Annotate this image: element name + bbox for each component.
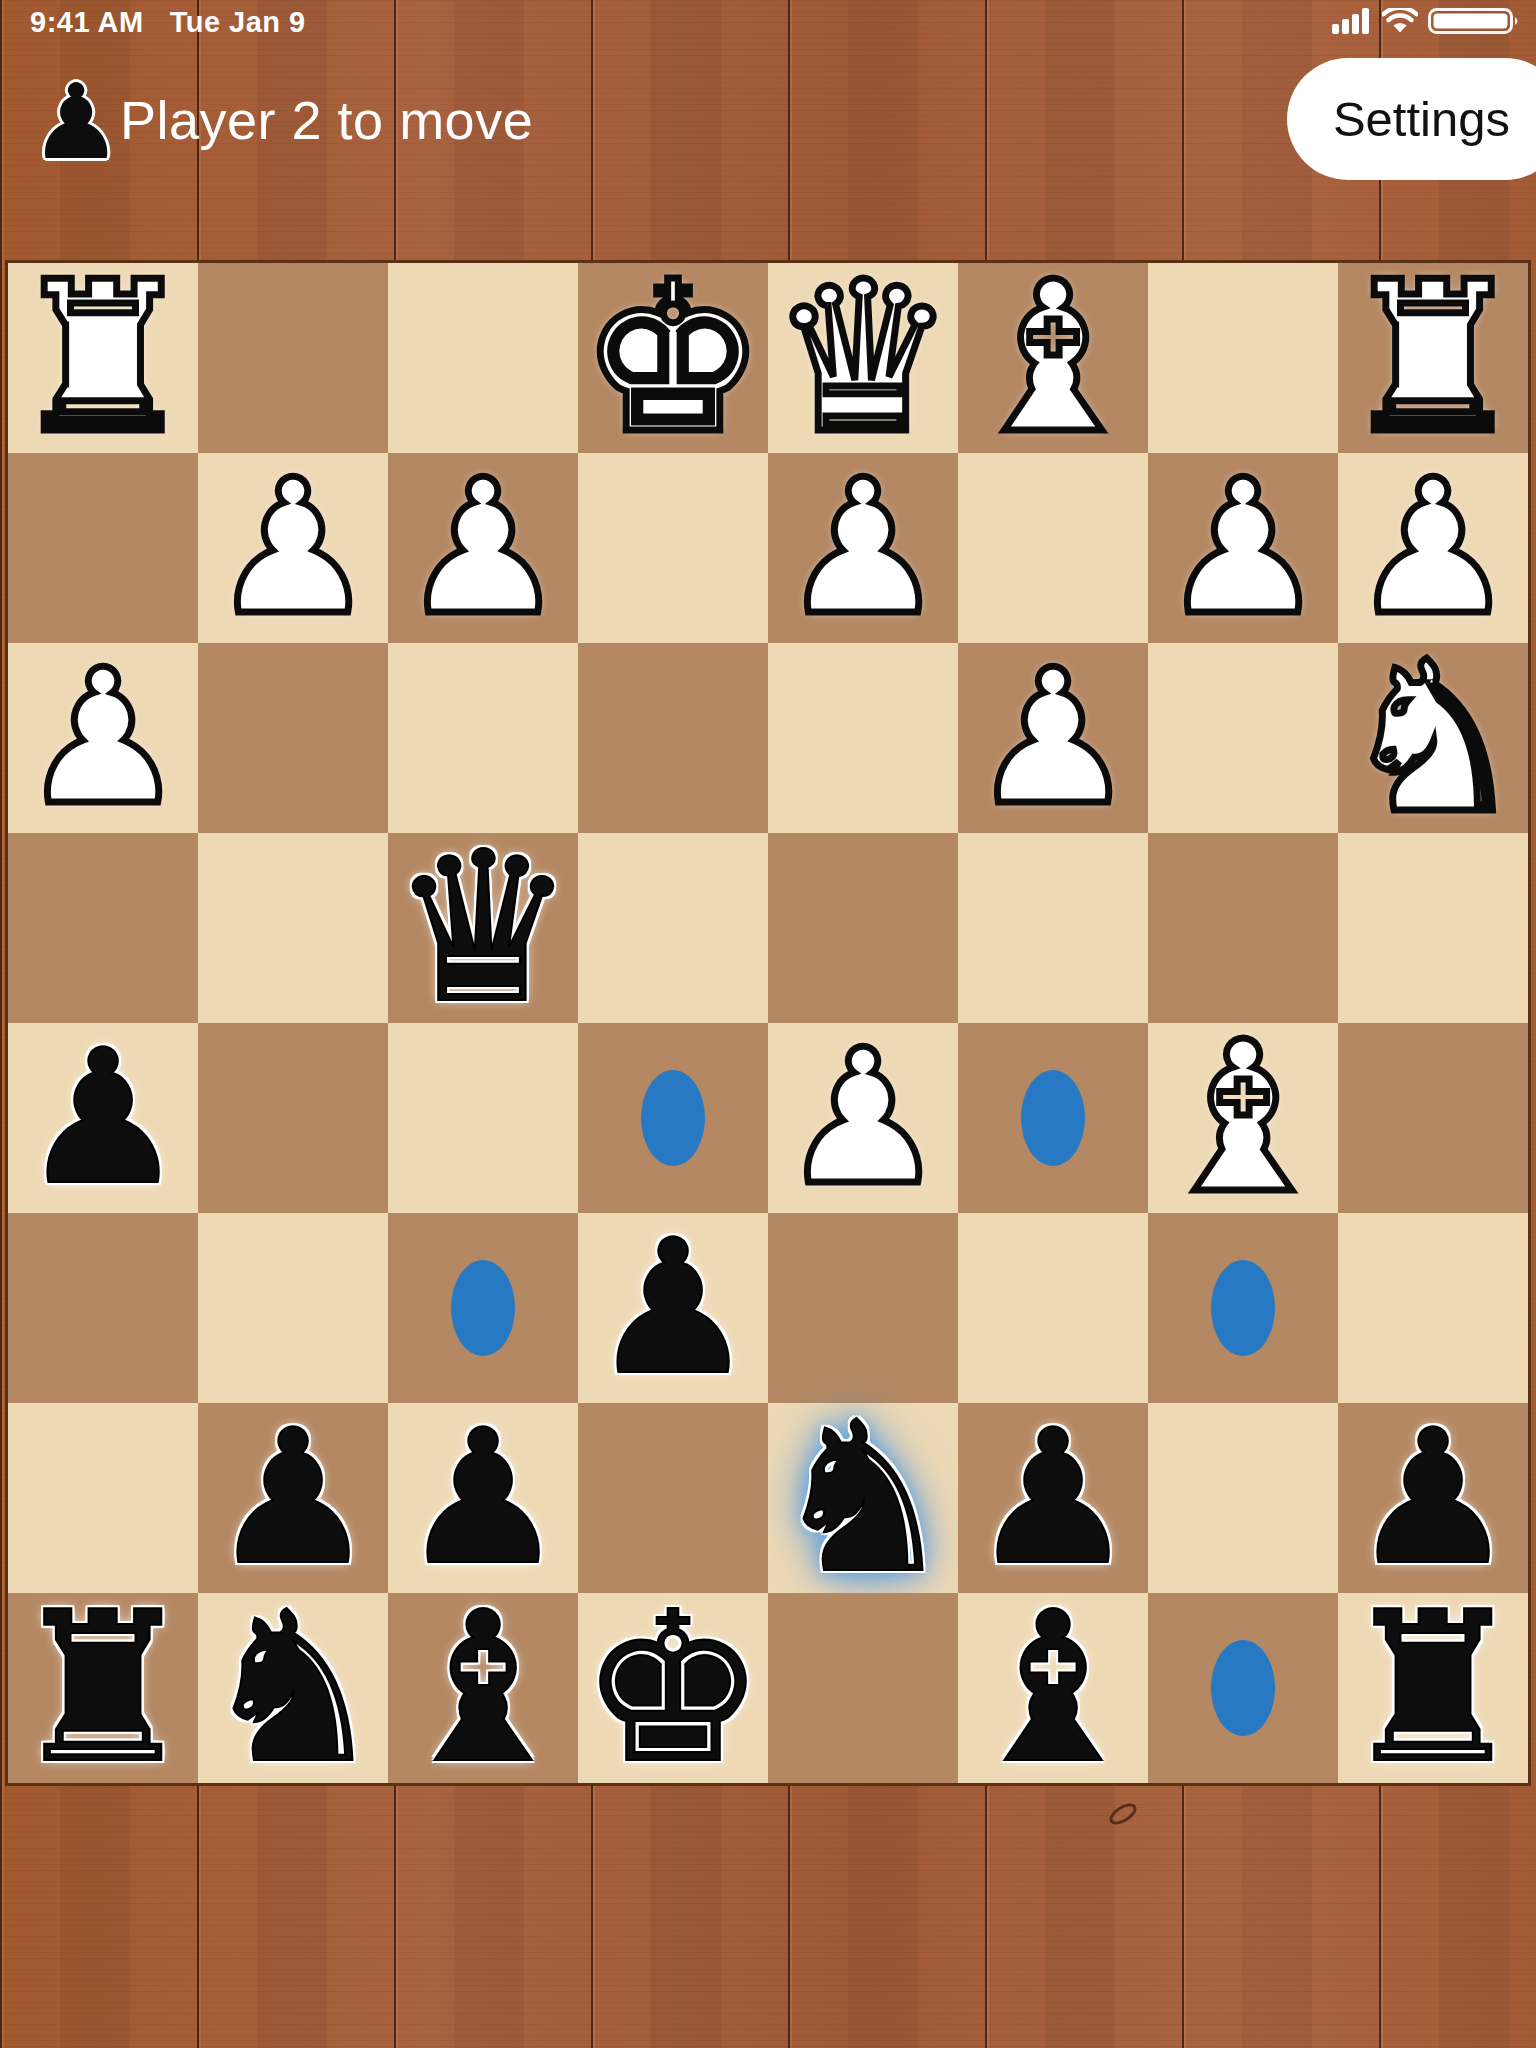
white-rook-piece[interactable]: ♜ [10,263,196,453]
white-rook-piece[interactable]: ♜ [1340,263,1526,453]
square-d5[interactable]: ♟ [768,1023,958,1213]
square-e6[interactable]: ♟ [578,1213,768,1403]
legal-move-dot[interactable] [1211,1640,1275,1736]
square-h8[interactable]: ♜ [8,1593,198,1783]
square-d1[interactable]: ♛ [768,263,958,453]
square-f5[interactable] [388,1023,578,1213]
square-d7[interactable]: ♞ [768,1403,958,1593]
black-pawn-piece[interactable]: ♟ [970,1403,1137,1593]
white-pawn-piece[interactable]: ♟ [780,453,947,643]
black-knight-piece[interactable]: ♞ [200,1593,386,1783]
black-king-piece[interactable]: ♚ [580,1593,766,1783]
square-b6[interactable] [1148,1213,1338,1403]
square-f8[interactable]: ♝ [388,1593,578,1783]
black-rook-piece[interactable]: ♜ [10,1593,196,1783]
black-bishop-piece[interactable]: ♝ [390,1593,576,1783]
square-c6[interactable] [958,1213,1148,1403]
square-e1[interactable]: ♚ [578,263,768,453]
square-h1[interactable]: ♜ [8,263,198,453]
square-a4[interactable] [1338,833,1528,1023]
square-c2[interactable] [958,453,1148,643]
square-c4[interactable] [958,833,1148,1023]
square-d4[interactable] [768,833,958,1023]
page-title: Player 2 to move [120,60,533,180]
square-b7[interactable] [1148,1403,1338,1593]
square-g5[interactable] [198,1023,388,1213]
square-c7[interactable]: ♟ [958,1403,1148,1593]
square-e4[interactable] [578,833,768,1023]
square-g7[interactable]: ♟ [198,1403,388,1593]
settings-button[interactable]: Settings [1287,58,1536,180]
white-pawn-piece[interactable]: ♟ [1160,453,1327,643]
white-pawn-piece[interactable]: ♟ [20,643,187,833]
square-e2[interactable] [578,453,768,643]
legal-move-dot[interactable] [1021,1070,1085,1166]
square-f2[interactable]: ♟ [388,453,578,643]
white-king-piece[interactable]: ♚ [580,263,766,453]
square-g3[interactable] [198,643,388,833]
black-pawn-piece[interactable]: ♟ [1350,1403,1517,1593]
white-bishop-piece[interactable]: ♝ [960,263,1146,453]
black-pawn-piece[interactable]: ♟ [400,1403,567,1593]
square-d8[interactable] [768,1593,958,1783]
black-pawn-piece[interactable]: ♟ [590,1213,757,1403]
square-d2[interactable]: ♟ [768,453,958,643]
square-e5[interactable] [578,1023,768,1213]
white-queen-piece[interactable]: ♛ [770,263,956,453]
square-f1[interactable] [388,263,578,453]
black-pawn-piece[interactable]: ♟ [210,1403,377,1593]
square-e3[interactable] [578,643,768,833]
square-h2[interactable] [8,453,198,643]
square-g4[interactable] [198,833,388,1023]
square-g1[interactable] [198,263,388,453]
square-b8[interactable] [1148,1593,1338,1783]
square-a6[interactable] [1338,1213,1528,1403]
square-g8[interactable]: ♞ [198,1593,388,1783]
square-g2[interactable]: ♟ [198,453,388,643]
status-icons [1332,8,1520,34]
square-a8[interactable]: ♜ [1338,1593,1528,1783]
chess-app-screen: { "game": "chess", "app": { "status_bar"… [0,0,1536,2048]
status-time: 9:41 AM [30,6,144,39]
cellular-signal-icon [1332,8,1372,34]
square-b4[interactable] [1148,833,1338,1023]
black-queen-piece[interactable]: ♛ [390,833,576,1023]
square-b3[interactable] [1148,643,1338,833]
status-date: Tue Jan 9 [170,6,306,39]
square-a1[interactable]: ♜ [1338,263,1528,453]
white-pawn-piece[interactable]: ♟ [780,1023,947,1213]
square-d6[interactable] [768,1213,958,1403]
white-bishop-piece[interactable]: ♝ [1150,1023,1336,1213]
square-a5[interactable] [1338,1023,1528,1213]
black-knight-piece[interactable]: ♞ [770,1403,956,1593]
black-pawn-icon: ♟ [36,70,116,174]
black-bishop-piece[interactable]: ♝ [960,1593,1146,1783]
wifi-icon [1382,8,1418,34]
square-e8[interactable]: ♚ [578,1593,768,1783]
square-f3[interactable] [388,643,578,833]
black-pawn-piece[interactable]: ♟ [20,1023,187,1213]
square-e7[interactable] [578,1403,768,1593]
status-bar: 9:41 AM Tue Jan 9 [0,0,1536,44]
square-a2[interactable]: ♟ [1338,453,1528,643]
square-g6[interactable] [198,1213,388,1403]
white-pawn-piece[interactable]: ♟ [400,453,567,643]
white-pawn-piece[interactable]: ♟ [210,453,377,643]
white-pawn-piece[interactable]: ♟ [1350,453,1517,643]
square-a7[interactable]: ♟ [1338,1403,1528,1593]
legal-move-dot[interactable] [1211,1260,1275,1356]
square-c3[interactable]: ♟ [958,643,1148,833]
status-time-date: 9:41 AM Tue Jan 9 [30,6,306,39]
square-b5[interactable]: ♝ [1148,1023,1338,1213]
square-c1[interactable]: ♝ [958,263,1148,453]
square-h6[interactable] [8,1213,198,1403]
square-b1[interactable] [1148,263,1338,453]
white-pawn-piece[interactable]: ♟ [970,643,1137,833]
square-c8[interactable]: ♝ [958,1593,1148,1783]
battery-icon [1428,8,1520,34]
legal-move-dot[interactable] [641,1070,705,1166]
square-f4[interactable]: ♛ [388,833,578,1023]
square-f7[interactable]: ♟ [388,1403,578,1593]
square-h3[interactable]: ♟ [8,643,198,833]
legal-move-dot[interactable] [451,1260,515,1356]
chess-board[interactable]: ♜♚♛♝♜♟♟♟♟♟♟♟♞♛♟♟♝♟♟♟♞♟♟♜♞♝♚♝♜ [5,260,1531,1786]
square-h5[interactable]: ♟ [8,1023,198,1213]
square-h4[interactable] [8,833,198,1023]
black-rook-piece[interactable]: ♜ [1340,1593,1526,1783]
square-b2[interactable]: ♟ [1148,453,1338,643]
square-a3[interactable]: ♞ [1338,643,1528,833]
square-c5[interactable] [958,1023,1148,1213]
square-d3[interactable] [768,643,958,833]
square-f6[interactable] [388,1213,578,1403]
square-h7[interactable] [8,1403,198,1593]
white-knight-piece[interactable]: ♞ [1340,643,1526,833]
